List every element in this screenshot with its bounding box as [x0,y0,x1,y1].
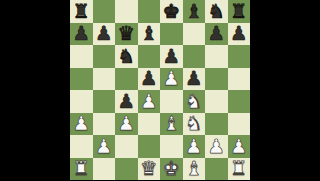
white-pawn-piece[interactable]: ♟ [208,136,225,156]
black-pawn-piece[interactable]: ♟ [163,46,180,66]
white-pawn-piece[interactable]: ♟ [185,136,202,156]
square-h3[interactable] [228,113,251,136]
square-c5[interactable] [115,68,138,91]
white-king-piece[interactable]: ♚ [163,159,180,179]
square-h2[interactable]: ♟ [228,135,251,158]
square-d5[interactable]: ♟ [138,68,161,91]
square-e5[interactable]: ♟ [160,68,183,91]
square-g4[interactable] [205,90,228,113]
letterbox-right [250,0,320,180]
square-b4[interactable] [93,90,116,113]
square-f7[interactable] [183,23,206,46]
square-h4[interactable] [228,90,251,113]
square-g1[interactable] [205,158,228,181]
square-g7[interactable]: ♟ [205,23,228,46]
square-c6[interactable]: ♞ [115,45,138,68]
square-e3[interactable]: ♝ [160,113,183,136]
white-pawn-piece[interactable]: ♟ [230,136,247,156]
square-a8[interactable]: ♜ [70,0,93,23]
black-pawn-piece[interactable]: ♟ [208,24,225,44]
white-pawn-piece[interactable]: ♟ [118,114,135,134]
white-rook-piece[interactable]: ♜ [73,159,90,179]
square-b6[interactable] [93,45,116,68]
square-a1[interactable]: ♜ [70,158,93,181]
square-b8[interactable] [93,0,116,23]
square-c2[interactable] [115,135,138,158]
square-c4[interactable]: ♟ [115,90,138,113]
square-a4[interactable] [70,90,93,113]
square-e6[interactable]: ♟ [160,45,183,68]
black-king-piece[interactable]: ♚ [163,1,180,21]
square-e8[interactable]: ♚ [160,0,183,23]
square-a7[interactable]: ♟ [70,23,93,46]
black-pawn-piece[interactable]: ♟ [185,69,202,89]
white-bishop-piece[interactable]: ♝ [163,114,180,134]
square-b2[interactable]: ♟ [93,135,116,158]
square-d6[interactable] [138,45,161,68]
square-d7[interactable]: ♝ [138,23,161,46]
black-pawn-piece[interactable]: ♟ [140,69,157,89]
square-f4[interactable]: ♞ [183,90,206,113]
white-pawn-piece[interactable]: ♟ [73,114,90,134]
square-f6[interactable] [183,45,206,68]
white-rook-piece[interactable]: ♜ [230,159,247,179]
square-a3[interactable]: ♟ [70,113,93,136]
square-e4[interactable] [160,90,183,113]
black-pawn-piece[interactable]: ♟ [95,24,112,44]
black-pawn-piece[interactable]: ♟ [230,24,247,44]
chess-board: ♜♚♝♞♜♟♟♛♝♟♟♞♟♟♟♟♟♟♞♟♟♝♞♟♟♟♟♜♛♚♝♜ [70,0,250,180]
square-d3[interactable] [138,113,161,136]
square-h5[interactable] [228,68,251,91]
square-h6[interactable] [228,45,251,68]
square-f5[interactable]: ♟ [183,68,206,91]
square-a2[interactable] [70,135,93,158]
square-f1[interactable]: ♝ [183,158,206,181]
white-pawn-piece[interactable]: ♟ [140,91,157,111]
square-f2[interactable]: ♟ [183,135,206,158]
black-bishop-piece[interactable]: ♝ [185,1,202,21]
black-rook-piece[interactable]: ♜ [73,1,90,21]
square-a5[interactable] [70,68,93,91]
square-a6[interactable] [70,45,93,68]
square-h7[interactable]: ♟ [228,23,251,46]
square-c7[interactable]: ♛ [115,23,138,46]
square-g3[interactable] [205,113,228,136]
square-b5[interactable] [93,68,116,91]
square-c3[interactable]: ♟ [115,113,138,136]
letterbox-left [0,0,70,180]
black-rook-piece[interactable]: ♜ [230,1,247,21]
square-g2[interactable]: ♟ [205,135,228,158]
black-bishop-piece[interactable]: ♝ [140,24,157,44]
white-bishop-piece[interactable]: ♝ [185,159,202,179]
square-g5[interactable] [205,68,228,91]
square-b1[interactable] [93,158,116,181]
square-c1[interactable] [115,158,138,181]
square-e2[interactable] [160,135,183,158]
square-b7[interactable]: ♟ [93,23,116,46]
white-pawn-piece[interactable]: ♟ [95,136,112,156]
square-b3[interactable] [93,113,116,136]
square-e1[interactable]: ♚ [160,158,183,181]
square-d4[interactable]: ♟ [138,90,161,113]
white-pawn-piece[interactable]: ♟ [163,69,180,89]
square-d1[interactable]: ♛ [138,158,161,181]
white-knight-piece[interactable]: ♞ [185,114,202,134]
square-g8[interactable]: ♞ [205,0,228,23]
square-f8[interactable]: ♝ [183,0,206,23]
square-d2[interactable] [138,135,161,158]
square-g6[interactable] [205,45,228,68]
square-c8[interactable] [115,0,138,23]
black-knight-piece[interactable]: ♞ [208,1,225,21]
square-h1[interactable]: ♜ [228,158,251,181]
square-f3[interactable]: ♞ [183,113,206,136]
black-queen-piece[interactable]: ♛ [118,24,135,44]
white-knight-piece[interactable]: ♞ [185,91,202,111]
black-pawn-piece[interactable]: ♟ [73,24,90,44]
square-e7[interactable] [160,23,183,46]
black-pawn-piece[interactable]: ♟ [118,91,135,111]
white-queen-piece[interactable]: ♛ [140,159,157,179]
square-h8[interactable]: ♜ [228,0,251,23]
square-d8[interactable] [138,0,161,23]
black-knight-piece[interactable]: ♞ [118,46,135,66]
